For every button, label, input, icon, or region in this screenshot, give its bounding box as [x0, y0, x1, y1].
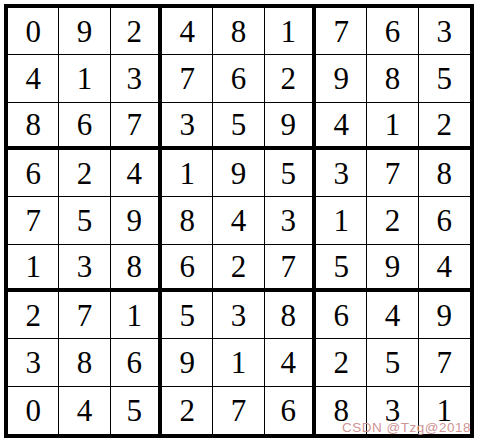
cell-r4c1: 6: [8, 150, 59, 197]
cell-r2c5: 6: [213, 55, 264, 102]
cell-r2c3: 3: [111, 55, 162, 102]
cell-r7c1: 2: [8, 292, 59, 339]
cell-r1c2: 9: [59, 8, 110, 55]
cell-r2c9: 5: [419, 55, 470, 102]
cell-r1c7: 7: [316, 8, 367, 55]
cell-r2c1: 4: [8, 55, 59, 102]
cell-r9c7: 8: [316, 387, 367, 434]
cell-r5c6: 3: [265, 197, 316, 244]
cell-r4c2: 2: [59, 150, 110, 197]
cell-r9c2: 4: [59, 387, 110, 434]
cell-r1c3: 2: [111, 8, 162, 55]
cell-r4c7: 3: [316, 150, 367, 197]
cell-r5c4: 8: [162, 197, 213, 244]
cell-r5c2: 5: [59, 197, 110, 244]
cell-r6c4: 6: [162, 245, 213, 292]
cell-r6c9: 4: [419, 245, 470, 292]
sudoku-page: 0924817634137629858673594126241953787598…: [0, 0, 478, 442]
cell-r8c8: 5: [367, 339, 418, 386]
cell-r5c9: 6: [419, 197, 470, 244]
cell-r2c4: 7: [162, 55, 213, 102]
cell-r7c7: 6: [316, 292, 367, 339]
cell-r9c3: 5: [111, 387, 162, 434]
cell-r2c6: 2: [265, 55, 316, 102]
cell-r3c4: 3: [162, 103, 213, 150]
cell-r6c6: 7: [265, 245, 316, 292]
cell-r8c5: 1: [213, 339, 264, 386]
cell-r9c9: 1: [419, 387, 470, 434]
cell-r1c5: 8: [213, 8, 264, 55]
cell-r4c8: 7: [367, 150, 418, 197]
cell-r7c9: 9: [419, 292, 470, 339]
cell-r7c4: 5: [162, 292, 213, 339]
cell-r3c7: 4: [316, 103, 367, 150]
cell-r6c3: 8: [111, 245, 162, 292]
cell-r2c2: 1: [59, 55, 110, 102]
cell-r3c5: 5: [213, 103, 264, 150]
cell-r3c2: 6: [59, 103, 110, 150]
cell-r5c1: 7: [8, 197, 59, 244]
cell-r9c1: 0: [8, 387, 59, 434]
cell-r7c2: 7: [59, 292, 110, 339]
cell-r8c1: 3: [8, 339, 59, 386]
cell-r3c3: 7: [111, 103, 162, 150]
cell-r4c3: 4: [111, 150, 162, 197]
cell-r8c3: 6: [111, 339, 162, 386]
cell-r1c8: 6: [367, 8, 418, 55]
cell-r5c5: 4: [213, 197, 264, 244]
cell-r8c7: 2: [316, 339, 367, 386]
cell-r4c9: 8: [419, 150, 470, 197]
cell-r7c6: 8: [265, 292, 316, 339]
cell-r6c2: 3: [59, 245, 110, 292]
cell-r6c1: 1: [8, 245, 59, 292]
cell-r8c9: 7: [419, 339, 470, 386]
cell-r8c4: 9: [162, 339, 213, 386]
cell-r8c2: 8: [59, 339, 110, 386]
cell-r4c5: 9: [213, 150, 264, 197]
cell-r5c8: 2: [367, 197, 418, 244]
cell-r4c6: 5: [265, 150, 316, 197]
cell-r9c4: 2: [162, 387, 213, 434]
cell-r4c4: 1: [162, 150, 213, 197]
cell-r3c6: 9: [265, 103, 316, 150]
cell-r6c7: 5: [316, 245, 367, 292]
cell-r1c1: 0: [8, 8, 59, 55]
sudoku-board: 0924817634137629858673594126241953787598…: [4, 4, 474, 438]
cell-r7c3: 1: [111, 292, 162, 339]
cell-r8c6: 4: [265, 339, 316, 386]
cell-r9c5: 7: [213, 387, 264, 434]
cell-r2c7: 9: [316, 55, 367, 102]
cell-r5c3: 9: [111, 197, 162, 244]
cell-r7c8: 4: [367, 292, 418, 339]
cell-r6c8: 9: [367, 245, 418, 292]
cell-r9c6: 6: [265, 387, 316, 434]
cell-r3c9: 2: [419, 103, 470, 150]
cell-r1c6: 1: [265, 8, 316, 55]
cell-r2c8: 8: [367, 55, 418, 102]
cell-r6c5: 2: [213, 245, 264, 292]
cell-r3c1: 8: [8, 103, 59, 150]
cell-r1c4: 4: [162, 8, 213, 55]
cell-r1c9: 3: [419, 8, 470, 55]
cell-r5c7: 1: [316, 197, 367, 244]
cell-r7c5: 3: [213, 292, 264, 339]
cell-r3c8: 1: [367, 103, 418, 150]
cell-r9c8: 3: [367, 387, 418, 434]
